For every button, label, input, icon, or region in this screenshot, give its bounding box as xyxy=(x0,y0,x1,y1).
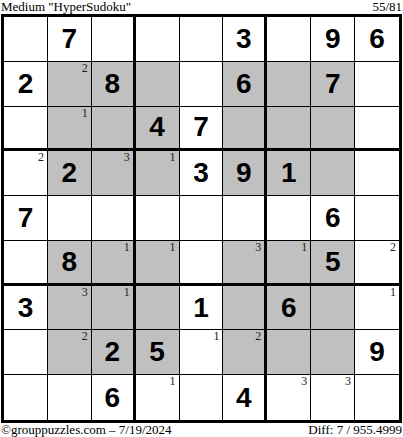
cell-r6c2[interactable]: 8 xyxy=(48,241,92,286)
cell-r7c2[interactable]: 3 xyxy=(48,286,92,331)
given-digit: 6 xyxy=(369,25,385,53)
cell-r3c1[interactable] xyxy=(4,107,48,152)
header: Medium "HyperSudoku" 55/81 xyxy=(0,0,403,14)
cell-r3c8[interactable] xyxy=(311,107,355,152)
cell-r2c6[interactable]: 6 xyxy=(223,62,267,107)
cell-r5c4[interactable] xyxy=(136,196,180,241)
cell-r4c9[interactable] xyxy=(355,151,399,196)
cell-r5c5[interactable] xyxy=(180,196,224,241)
given-digit: 7 xyxy=(62,25,78,53)
given-digit: 8 xyxy=(104,70,120,98)
pencil-mark: 3 xyxy=(301,375,307,388)
cell-r5c6[interactable] xyxy=(223,196,267,241)
cell-r5c2[interactable] xyxy=(48,196,92,241)
cell-r7c9[interactable]: 1 xyxy=(355,286,399,331)
cell-r3c9[interactable] xyxy=(355,107,399,152)
given-digit: 3 xyxy=(193,159,209,187)
cell-r8c4[interactable]: 5 xyxy=(136,330,180,375)
given-digit: 4 xyxy=(149,113,165,141)
given-digit: 7 xyxy=(18,204,34,232)
cell-r5c1[interactable]: 7 xyxy=(4,196,48,241)
cell-r6c8[interactable]: 5 xyxy=(311,241,355,286)
given-digit: 6 xyxy=(281,294,297,322)
cell-r9c4[interactable]: 1 xyxy=(136,375,180,420)
pencil-mark: 2 xyxy=(255,330,261,343)
cell-r8c1[interactable] xyxy=(4,330,48,375)
cell-r6c4[interactable]: 1 xyxy=(136,241,180,286)
cell-r7c6[interactable] xyxy=(223,286,267,331)
given-digit: 7 xyxy=(193,113,209,141)
given-digit: 2 xyxy=(62,159,78,187)
given-digit: 7 xyxy=(325,70,341,98)
cell-r6c7[interactable]: 1 xyxy=(267,241,311,286)
cell-r9c9[interactable] xyxy=(355,375,399,420)
cell-r4c6[interactable]: 9 xyxy=(223,151,267,196)
given-digit: 5 xyxy=(325,248,341,276)
given-digit: 5 xyxy=(149,338,165,366)
cell-r9c8[interactable]: 3 xyxy=(311,375,355,420)
puzzle-title: Medium "HyperSudoku" xyxy=(1,0,131,14)
given-digit: 8 xyxy=(62,248,78,276)
given-digit: 9 xyxy=(325,25,341,53)
cell-r4c1[interactable]: 2 xyxy=(4,151,48,196)
cell-r4c2[interactable]: 2 xyxy=(48,151,92,196)
cell-r8c7[interactable] xyxy=(267,330,311,375)
cell-r2c1[interactable]: 2 xyxy=(4,62,48,107)
given-digit: 6 xyxy=(236,70,252,98)
cell-r1c6[interactable]: 3 xyxy=(223,17,267,62)
cell-r7c1[interactable]: 3 xyxy=(4,286,48,331)
cell-r1c5[interactable] xyxy=(180,17,224,62)
pencil-mark: 1 xyxy=(213,330,219,343)
cell-r1c4[interactable] xyxy=(136,17,180,62)
cell-r7c5[interactable]: 1 xyxy=(180,286,224,331)
pencil-mark: 1 xyxy=(390,286,396,299)
cell-r9c2[interactable] xyxy=(48,375,92,420)
cell-r8c8[interactable] xyxy=(311,330,355,375)
cell-r9c3[interactable]: 6 xyxy=(92,375,136,420)
copyright-date: ©grouppuzzles.com – 7/19/2024 xyxy=(1,423,172,437)
pencil-mark: 2 xyxy=(38,151,44,164)
cell-r5c3[interactable] xyxy=(92,196,136,241)
cell-r2c7[interactable] xyxy=(267,62,311,107)
pencil-mark: 1 xyxy=(124,286,130,299)
cell-r9c5[interactable] xyxy=(180,375,224,420)
cell-r7c4[interactable] xyxy=(136,286,180,331)
cell-r6c3[interactable]: 1 xyxy=(92,241,136,286)
cell-r7c8[interactable] xyxy=(311,286,355,331)
cell-r1c2[interactable]: 7 xyxy=(48,17,92,62)
cell-r3c5[interactable]: 7 xyxy=(180,107,224,152)
cell-r6c9[interactable]: 2 xyxy=(355,241,399,286)
pencil-mark: 1 xyxy=(170,241,176,254)
cell-r6c1[interactable] xyxy=(4,241,48,286)
cell-r6c6[interactable]: 3 xyxy=(223,241,267,286)
given-digit: 9 xyxy=(369,338,385,366)
pencil-mark: 1 xyxy=(301,241,307,254)
cell-r9c1[interactable] xyxy=(4,375,48,420)
cell-r7c7[interactable]: 6 xyxy=(267,286,311,331)
cell-r3c6[interactable] xyxy=(223,107,267,152)
pencil-mark: 1 xyxy=(170,151,176,164)
given-digit: 4 xyxy=(236,384,252,412)
pencil-mark: 3 xyxy=(124,151,130,164)
given-digit: 1 xyxy=(281,159,297,187)
cell-r5c8[interactable]: 6 xyxy=(311,196,355,241)
cell-r4c8[interactable] xyxy=(311,151,355,196)
cell-r8c6[interactable]: 2 xyxy=(223,330,267,375)
cell-r2c9[interactable] xyxy=(355,62,399,107)
cell-r9c6[interactable]: 4 xyxy=(223,375,267,420)
cell-r4c5[interactable]: 3 xyxy=(180,151,224,196)
cell-r8c9[interactable]: 9 xyxy=(355,330,399,375)
pencil-mark: 2 xyxy=(390,241,396,254)
given-digit: 2 xyxy=(18,70,34,98)
cell-r2c5[interactable] xyxy=(180,62,224,107)
cell-r8c5[interactable]: 1 xyxy=(180,330,224,375)
pencil-mark: 1 xyxy=(124,241,130,254)
given-digit: 6 xyxy=(325,204,341,232)
pencil-mark: 2 xyxy=(82,62,88,75)
pencil-mark: 1 xyxy=(82,107,88,120)
cells-remaining-counter: 55/81 xyxy=(372,0,402,14)
given-digit: 9 xyxy=(236,159,252,187)
cell-r4c3[interactable]: 3 xyxy=(92,151,136,196)
cell-r1c1[interactable] xyxy=(4,17,48,62)
cell-r2c4[interactable] xyxy=(136,62,180,107)
given-digit: 3 xyxy=(236,25,252,53)
cell-r5c7[interactable] xyxy=(267,196,311,241)
cell-r2c2[interactable]: 2 xyxy=(48,62,92,107)
given-digit: 2 xyxy=(104,338,120,366)
cell-r2c8[interactable]: 7 xyxy=(311,62,355,107)
cell-r1c8[interactable]: 9 xyxy=(311,17,355,62)
footer: ©grouppuzzles.com – 7/19/2024 Diff: 7 / … xyxy=(0,423,403,437)
cell-r5c9[interactable] xyxy=(355,196,399,241)
cell-r6c5[interactable] xyxy=(180,241,224,286)
cell-r2c3[interactable]: 8 xyxy=(92,62,136,107)
cell-r1c9[interactable]: 6 xyxy=(355,17,399,62)
cell-r7c3[interactable]: 1 xyxy=(92,286,136,331)
given-digit: 1 xyxy=(193,294,209,322)
cell-r1c7[interactable] xyxy=(267,17,311,62)
cell-r9c7[interactable]: 3 xyxy=(267,375,311,420)
pencil-mark: 2 xyxy=(82,330,88,343)
cell-r3c7[interactable] xyxy=(267,107,311,152)
cell-r3c3[interactable] xyxy=(92,107,136,152)
cell-r8c2[interactable]: 2 xyxy=(48,330,92,375)
cell-r4c4[interactable]: 1 xyxy=(136,151,180,196)
pencil-mark: 3 xyxy=(82,286,88,299)
difficulty-rating: Diff: 7 / 955.4999 xyxy=(308,423,402,437)
cell-r3c4[interactable]: 4 xyxy=(136,107,180,152)
pencil-mark: 1 xyxy=(170,375,176,388)
given-digit: 3 xyxy=(18,294,34,322)
cell-r3c2[interactable]: 1 xyxy=(48,107,92,152)
sudoku-grid: 7396228671472231391768113152331161225129… xyxy=(1,14,402,423)
cell-r1c3[interactable] xyxy=(92,17,136,62)
cell-r8c3[interactable]: 2 xyxy=(92,330,136,375)
given-digit: 6 xyxy=(104,384,120,412)
pencil-mark: 3 xyxy=(345,375,351,388)
pencil-mark: 3 xyxy=(255,241,261,254)
cell-r4c7[interactable]: 1 xyxy=(267,151,311,196)
